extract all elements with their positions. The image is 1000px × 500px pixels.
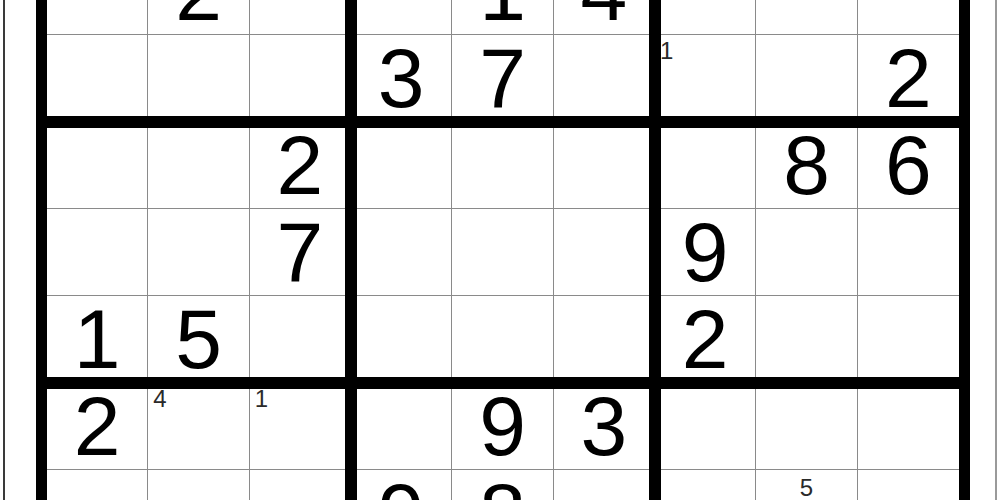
sudoku-board: 21437122867915224193985 (36, 0, 970, 500)
cell-r8c3 (250, 470, 351, 500)
cell-r7c1: 2 (47, 383, 148, 470)
box-divider-horizontal-1 (47, 116, 959, 128)
cell-r3c2 (148, 35, 249, 122)
given-digit: 2 (682, 297, 729, 381)
cell-r2c8 (756, 0, 857, 35)
cell-r8c7 (655, 470, 756, 500)
cell-r7c5: 9 (452, 383, 553, 470)
given-digit: 2 (74, 384, 121, 468)
given-digit: 3 (378, 36, 425, 120)
cell-r4c2 (148, 122, 249, 209)
cell-r8c9 (858, 470, 959, 500)
cell-r8c6 (554, 470, 655, 500)
cell-r6c8 (756, 296, 857, 383)
given-digit: 4 (580, 0, 627, 33)
cell-r6c3 (250, 296, 351, 383)
given-digit: 7 (479, 36, 526, 120)
cell-r3c6 (554, 35, 655, 122)
cell-r8c5: 8 (452, 470, 553, 500)
pencil-mark: 5 (800, 476, 813, 500)
cell-r8c4: 9 (351, 470, 452, 500)
cell-r2c1 (47, 0, 148, 35)
given-digit: 9 (479, 384, 526, 468)
cell-r5c6 (554, 209, 655, 296)
pencil-mark: 1 (660, 39, 673, 63)
given-digit: 9 (378, 471, 425, 500)
given-digit: 7 (276, 210, 323, 294)
cell-r4c5 (452, 122, 553, 209)
box-divider-horizontal-2 (47, 377, 959, 389)
cell-r8c8: 5 (756, 470, 857, 500)
cell-r6c1: 1 (47, 296, 148, 383)
cell-r4c3: 2 (250, 122, 351, 209)
given-digit: 9 (682, 210, 729, 294)
given-digit: 5 (175, 297, 222, 381)
cell-r2c6: 4 (554, 0, 655, 35)
given-digit: 2 (276, 123, 323, 207)
cell-r6c2: 5 (148, 296, 249, 383)
page-right-edge-line (995, 0, 997, 500)
cell-r6c7: 2 (655, 296, 756, 383)
cell-r7c2: 4 (148, 383, 249, 470)
sudoku-grid: 21437122867915224193985 (47, 0, 959, 500)
cell-r3c3 (250, 35, 351, 122)
cell-r2c5: 1 (452, 0, 553, 35)
pencil-mark: 1 (255, 387, 268, 411)
given-digit: 2 (175, 0, 222, 33)
cell-r6c6 (554, 296, 655, 383)
cell-r7c6: 3 (554, 383, 655, 470)
page-left-edge-line (3, 0, 5, 500)
cell-r7c9 (858, 383, 959, 470)
sudoku-screenshot: 21437122867915224193985 (0, 0, 1000, 500)
cell-r5c4 (351, 209, 452, 296)
cell-r5c1 (47, 209, 148, 296)
cell-r8c1 (47, 470, 148, 500)
given-digit: 1 (479, 0, 526, 33)
cell-r5c2 (148, 209, 249, 296)
pencil-mark: 4 (153, 387, 166, 411)
cell-r4c9: 6 (858, 122, 959, 209)
given-digit: 2 (885, 36, 932, 120)
cell-r3c8 (756, 35, 857, 122)
cell-r4c6 (554, 122, 655, 209)
cell-r2c4 (351, 0, 452, 35)
given-digit: 1 (74, 297, 121, 381)
cell-r6c9 (858, 296, 959, 383)
cell-r2c2: 2 (148, 0, 249, 35)
box-divider-vertical-1 (345, 0, 357, 500)
cell-r7c4 (351, 383, 452, 470)
cell-r3c4: 3 (351, 35, 452, 122)
cell-r2c7 (655, 0, 756, 35)
cell-r3c1 (47, 35, 148, 122)
cell-r5c9 (858, 209, 959, 296)
given-digit: 6 (885, 123, 932, 207)
cell-r4c1 (47, 122, 148, 209)
cell-r7c3: 1 (250, 383, 351, 470)
cell-r5c3: 7 (250, 209, 351, 296)
cell-r6c5 (452, 296, 553, 383)
cell-r4c4 (351, 122, 452, 209)
cell-r3c7: 1 (655, 35, 756, 122)
given-digit: 3 (580, 384, 627, 468)
cell-r5c5 (452, 209, 553, 296)
cell-r4c7 (655, 122, 756, 209)
cell-r3c9: 2 (858, 35, 959, 122)
cell-r5c7: 9 (655, 209, 756, 296)
cell-r8c2 (148, 470, 249, 500)
cell-r4c8: 8 (756, 122, 857, 209)
cell-r3c5: 7 (452, 35, 553, 122)
cell-r7c7 (655, 383, 756, 470)
cell-r5c8 (756, 209, 857, 296)
given-digit: 8 (783, 123, 830, 207)
cell-r7c8 (756, 383, 857, 470)
box-divider-vertical-2 (649, 0, 661, 500)
given-digit: 8 (479, 471, 526, 500)
cell-r6c4 (351, 296, 452, 383)
cell-r2c9 (858, 0, 959, 35)
cell-r2c3 (250, 0, 351, 35)
